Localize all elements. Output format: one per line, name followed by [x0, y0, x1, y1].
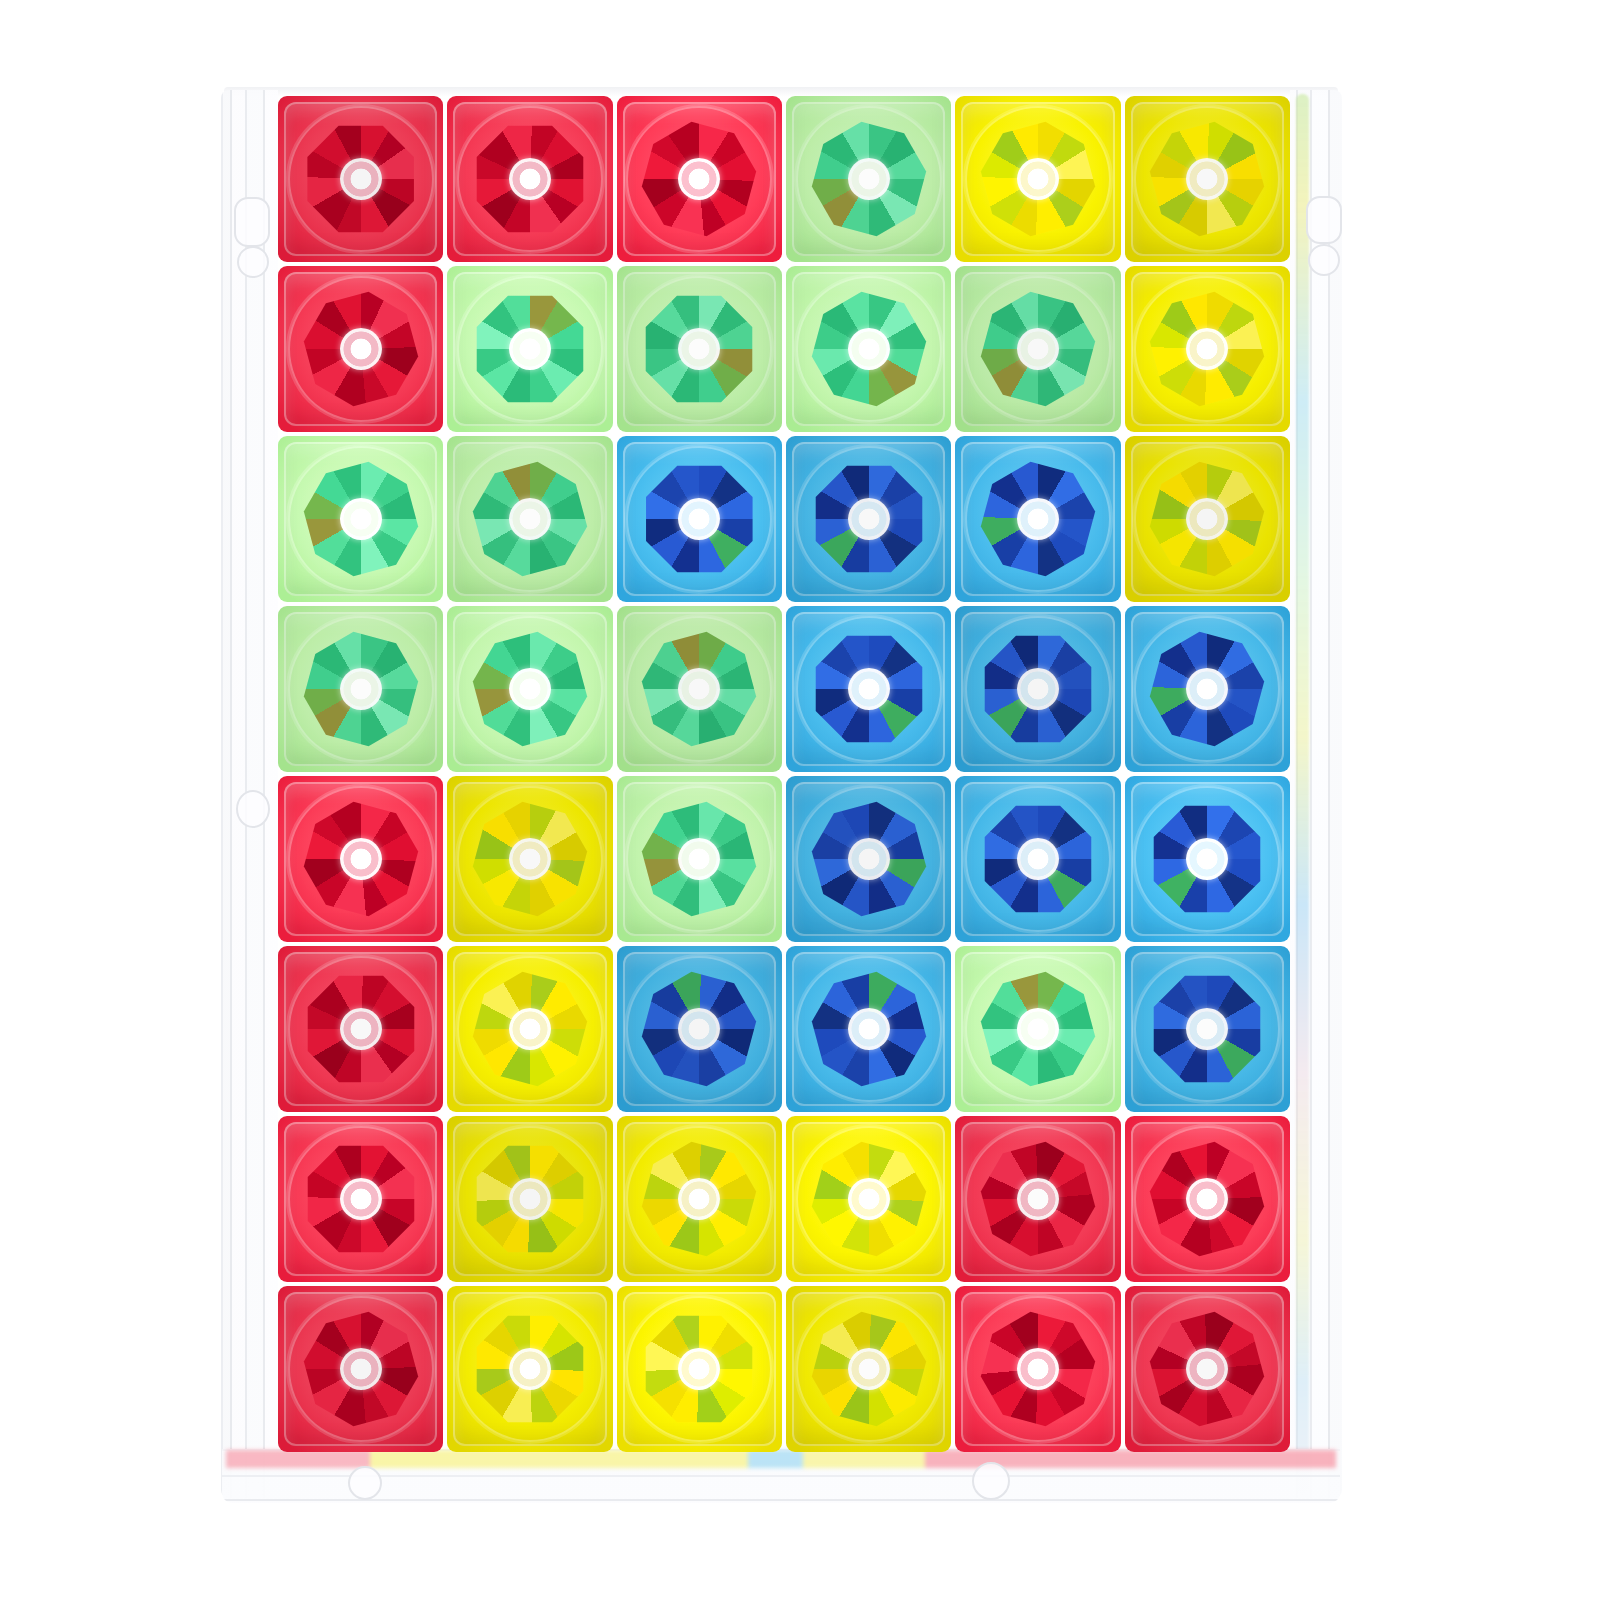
gem-hub — [1186, 158, 1228, 200]
case-hinge-tab-left-upper — [234, 197, 270, 247]
gem-hub — [1186, 668, 1228, 710]
tile-r4c3-green[interactable] — [617, 606, 782, 772]
tile-r4c5-blue[interactable] — [955, 606, 1120, 772]
tile-r3c4-blue[interactable] — [786, 436, 951, 602]
gem-hub — [1186, 1348, 1228, 1390]
tile-r5c4-blue[interactable] — [786, 776, 951, 942]
gem-hub — [848, 1348, 890, 1390]
gem-hub — [848, 158, 890, 200]
tile-r5c1-red[interactable] — [278, 776, 443, 942]
gem-hub — [1017, 158, 1059, 200]
gem-hub — [1186, 1008, 1228, 1050]
tile-r6c1-red[interactable] — [278, 946, 443, 1112]
case-bottom-reflection — [226, 1450, 1336, 1468]
gem-hub — [848, 668, 890, 710]
gem-hub — [509, 1008, 551, 1050]
tile-r1c3-red[interactable] — [617, 96, 782, 262]
gem-hub — [1186, 838, 1228, 880]
tile-r1c6-yellow[interactable] — [1125, 96, 1290, 262]
tile-r5c2-yellow[interactable] — [447, 776, 612, 942]
tile-r7c4-yellow[interactable] — [786, 1116, 951, 1282]
tile-r3c2-green[interactable] — [447, 436, 612, 602]
gem-hub — [678, 1348, 720, 1390]
tile-r6c3-blue[interactable] — [617, 946, 782, 1112]
tile-r4c6-blue[interactable] — [1125, 606, 1290, 772]
gem-hub — [678, 838, 720, 880]
gem-hub — [1017, 1348, 1059, 1390]
gem-hub — [678, 328, 720, 370]
tile-r3c1-green[interactable] — [278, 436, 443, 602]
tile-r6c6-blue[interactable] — [1125, 946, 1290, 1112]
gem-hub — [509, 158, 551, 200]
gem-hub — [340, 498, 382, 540]
puzzle-board — [278, 96, 1290, 1452]
gem-hub — [340, 1178, 382, 1220]
gem-hub — [509, 838, 551, 880]
tile-r7c2-yellow[interactable] — [447, 1116, 612, 1282]
gem-hub — [509, 498, 551, 540]
tile-r8c6-red[interactable] — [1125, 1286, 1290, 1452]
gem-hub — [340, 328, 382, 370]
gem-hub — [848, 498, 890, 540]
gem-hub — [509, 328, 551, 370]
gem-hub — [1017, 1178, 1059, 1220]
tile-r7c5-red[interactable] — [955, 1116, 1120, 1282]
gem-hub — [509, 1178, 551, 1220]
gem-hub — [509, 668, 551, 710]
gem-hub — [678, 158, 720, 200]
gem-hub — [340, 838, 382, 880]
tile-r2c5-green[interactable] — [955, 266, 1120, 432]
tile-r1c4-green[interactable] — [786, 96, 951, 262]
tile-r5c5-blue[interactable] — [955, 776, 1120, 942]
case-hinge-pin-left-upper — [237, 246, 269, 278]
tile-r6c4-blue[interactable] — [786, 946, 951, 1112]
case-hinge-pin-right-upper — [1308, 244, 1340, 276]
gem-hub — [678, 498, 720, 540]
tile-r7c1-red[interactable] — [278, 1116, 443, 1282]
tile-r2c4-green[interactable] — [786, 266, 951, 432]
gem-hub — [1017, 668, 1059, 710]
gem-hub — [1186, 328, 1228, 370]
gem-hub — [340, 1008, 382, 1050]
tile-r8c2-yellow[interactable] — [447, 1286, 612, 1452]
tile-r2c6-yellow[interactable] — [1125, 266, 1290, 432]
tile-r8c5-red[interactable] — [955, 1286, 1120, 1452]
tile-r3c6-yellow[interactable] — [1125, 436, 1290, 602]
tile-r7c3-yellow[interactable] — [617, 1116, 782, 1282]
gem-hub — [1017, 1008, 1059, 1050]
gem-hub — [848, 838, 890, 880]
tile-r2c3-green[interactable] — [617, 266, 782, 432]
tile-r2c1-red[interactable] — [278, 266, 443, 432]
tile-r4c4-blue[interactable] — [786, 606, 951, 772]
tile-r2c2-green[interactable] — [447, 266, 612, 432]
tile-r4c2-green[interactable] — [447, 606, 612, 772]
gem-hub — [1186, 1178, 1228, 1220]
gem-hub — [678, 668, 720, 710]
tile-r3c5-blue[interactable] — [955, 436, 1120, 602]
gem-hub — [340, 1348, 382, 1390]
gem-hub — [848, 1008, 890, 1050]
tile-r5c6-blue[interactable] — [1125, 776, 1290, 942]
gem-hub — [1017, 498, 1059, 540]
gem-hub — [509, 1348, 551, 1390]
case-right-reflection — [1296, 94, 1309, 1492]
tile-r6c2-yellow[interactable] — [447, 946, 612, 1112]
tile-r8c1-red[interactable] — [278, 1286, 443, 1452]
gem-hub — [340, 158, 382, 200]
tile-r4c1-green[interactable] — [278, 606, 443, 772]
puzzle-photo — [0, 0, 1600, 1600]
gem-hub — [678, 1178, 720, 1220]
gem-hub — [848, 328, 890, 370]
tile-r7c6-red[interactable] — [1125, 1116, 1290, 1282]
tile-r6c5-green[interactable] — [955, 946, 1120, 1112]
gem-hub — [340, 668, 382, 710]
gem-hub — [1017, 328, 1059, 370]
tile-r8c3-yellow[interactable] — [617, 1286, 782, 1452]
tile-r1c2-red[interactable] — [447, 96, 612, 262]
gem-hub — [848, 1178, 890, 1220]
gem-hub — [1017, 838, 1059, 880]
tile-r5c3-green[interactable] — [617, 776, 782, 942]
case-hinge-pin-left-middle — [236, 790, 270, 828]
tile-r1c1-red[interactable] — [278, 96, 443, 262]
tile-r8c4-yellow[interactable] — [786, 1286, 951, 1452]
tile-r3c3-blue[interactable] — [617, 436, 782, 602]
gem-hub — [678, 1008, 720, 1050]
case-latch-bump-bottom-left — [348, 1466, 382, 1500]
case-latch-bump-bottom-right — [972, 1462, 1010, 1500]
case-hinge-tab-right-upper — [1306, 196, 1342, 244]
tile-r1c5-yellow[interactable] — [955, 96, 1120, 262]
gem-hub — [1186, 498, 1228, 540]
